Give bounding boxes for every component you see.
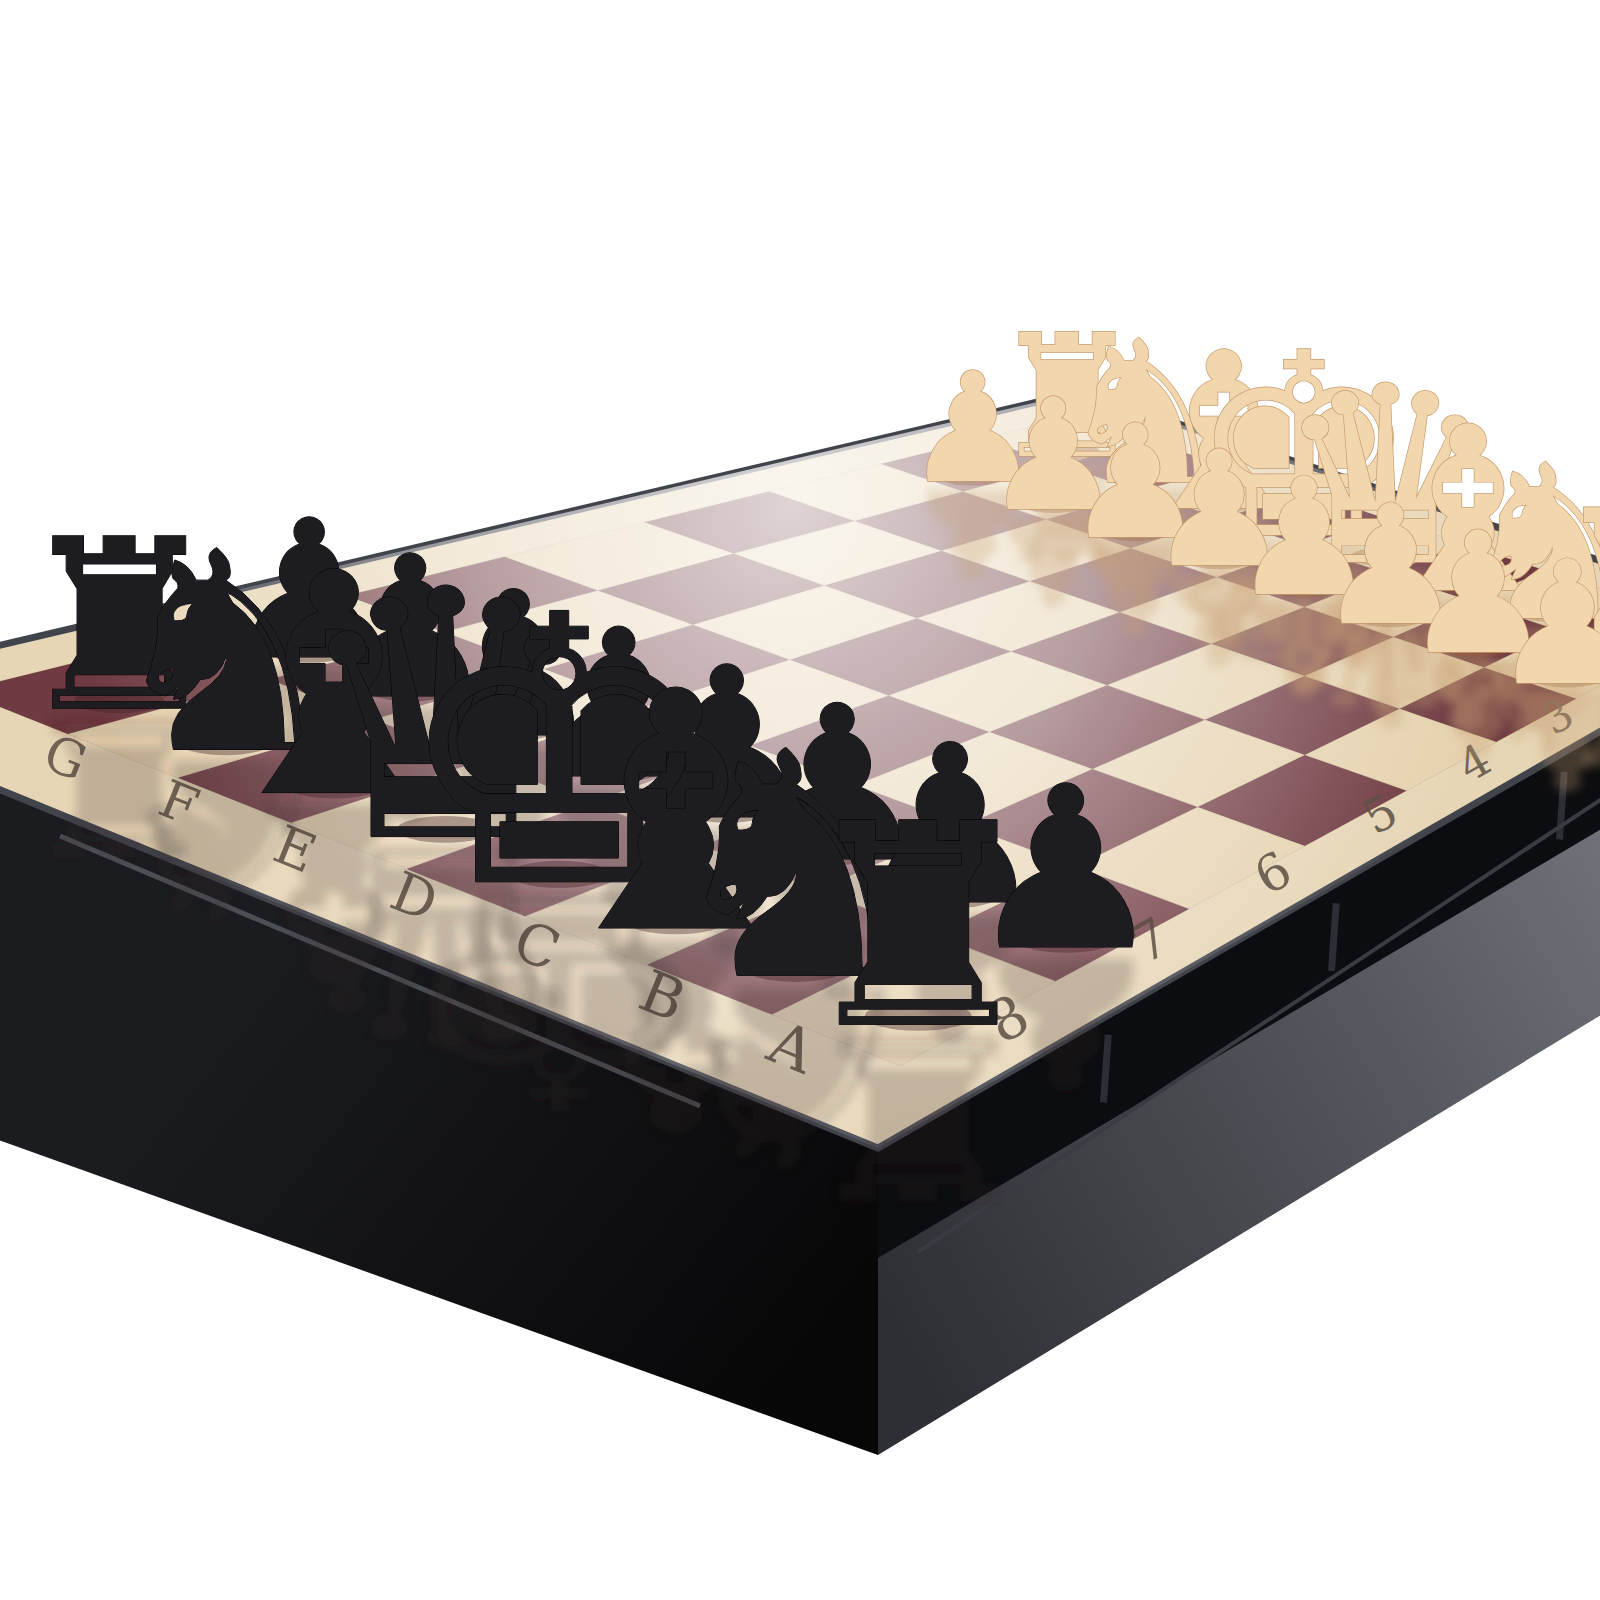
- chessboard: ABCDEFGH12345678♜♟♞♟♝♚♟♛♟♝♟♞♟♜♟♟♟♟♜♟♞♟♝♟…: [0, 0, 1600, 1600]
- piece-white-pawn-a2[interactable]: ♟: [1491, 524, 1600, 723]
- piece-black-rook-a8[interactable]: ♜: [793, 764, 1044, 1090]
- photo-scene: Magnetic travel chess set in black plast…: [0, 0, 1600, 1600]
